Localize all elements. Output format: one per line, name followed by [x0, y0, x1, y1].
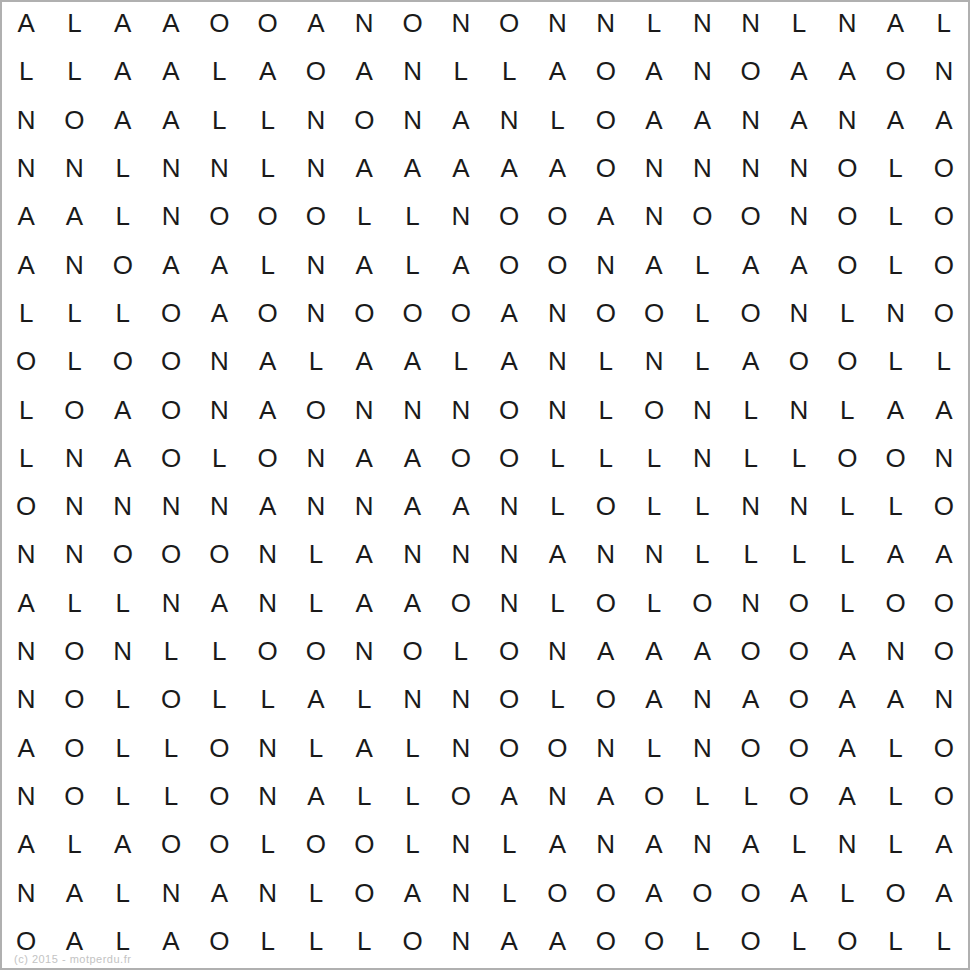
grid-cell[interactable]: A — [485, 772, 533, 820]
grid-cell[interactable]: O — [388, 917, 436, 965]
grid-cell[interactable]: A — [99, 820, 147, 868]
grid-cell[interactable]: N — [2, 530, 50, 578]
grid-cell[interactable]: O — [775, 627, 823, 675]
grid-cell[interactable]: O — [292, 192, 340, 240]
grid-cell[interactable]: O — [678, 192, 726, 240]
grid-cell[interactable]: L — [147, 772, 195, 820]
grid-cell[interactable]: O — [195, 723, 243, 771]
grid-cell[interactable]: L — [195, 675, 243, 723]
grid-cell[interactable]: N — [195, 144, 243, 192]
grid-cell[interactable]: O — [920, 579, 968, 627]
grid-cell[interactable]: O — [50, 675, 98, 723]
grid-cell[interactable]: A — [823, 47, 871, 95]
grid-cell[interactable]: L — [775, 434, 823, 482]
grid-cell[interactable]: N — [485, 482, 533, 530]
grid-cell[interactable]: N — [533, 0, 581, 47]
grid-cell[interactable]: A — [726, 675, 774, 723]
grid-cell[interactable]: N — [726, 96, 774, 144]
grid-cell[interactable]: N — [582, 723, 630, 771]
grid-cell[interactable]: L — [775, 530, 823, 578]
grid-cell[interactable]: L — [823, 385, 871, 433]
grid-cell[interactable]: N — [678, 675, 726, 723]
grid-cell[interactable]: A — [920, 385, 968, 433]
grid-cell[interactable]: O — [437, 434, 485, 482]
grid-cell[interactable]: L — [726, 772, 774, 820]
grid-cell[interactable]: A — [678, 96, 726, 144]
grid-cell[interactable]: O — [582, 482, 630, 530]
grid-cell[interactable]: A — [2, 579, 50, 627]
grid-cell[interactable]: A — [630, 627, 678, 675]
grid-cell[interactable]: N — [2, 675, 50, 723]
grid-cell[interactable]: N — [582, 820, 630, 868]
grid-cell[interactable]: A — [871, 96, 919, 144]
grid-cell[interactable]: A — [388, 337, 436, 385]
grid-cell[interactable]: A — [920, 530, 968, 578]
grid-cell[interactable]: L — [823, 482, 871, 530]
grid-cell[interactable]: N — [243, 868, 291, 916]
grid-cell[interactable]: O — [726, 289, 774, 337]
grid-cell[interactable]: L — [871, 772, 919, 820]
grid-cell[interactable]: O — [871, 868, 919, 916]
grid-cell[interactable]: L — [582, 385, 630, 433]
grid-cell[interactable]: N — [630, 192, 678, 240]
grid-cell[interactable]: N — [533, 772, 581, 820]
grid-cell[interactable]: L — [340, 192, 388, 240]
grid-cell[interactable]: L — [340, 772, 388, 820]
grid-cell[interactable]: O — [533, 868, 581, 916]
grid-cell[interactable]: N — [243, 772, 291, 820]
grid-cell[interactable]: O — [147, 530, 195, 578]
grid-cell[interactable]: O — [678, 579, 726, 627]
grid-cell[interactable]: O — [871, 47, 919, 95]
grid-cell[interactable]: A — [243, 47, 291, 95]
grid-cell[interactable]: O — [582, 579, 630, 627]
grid-cell[interactable]: A — [726, 240, 774, 288]
grid-cell[interactable]: A — [582, 627, 630, 675]
grid-cell[interactable]: O — [823, 192, 871, 240]
grid-cell[interactable]: L — [678, 337, 726, 385]
grid-cell[interactable]: O — [726, 192, 774, 240]
grid-cell[interactable]: A — [2, 723, 50, 771]
grid-cell[interactable]: A — [388, 868, 436, 916]
grid-cell[interactable]: A — [871, 675, 919, 723]
grid-cell[interactable]: L — [388, 192, 436, 240]
grid-cell[interactable]: A — [292, 675, 340, 723]
grid-cell[interactable]: L — [147, 723, 195, 771]
grid-cell[interactable]: L — [726, 385, 774, 433]
grid-cell[interactable]: L — [871, 482, 919, 530]
grid-cell[interactable]: L — [99, 289, 147, 337]
grid-cell[interactable]: A — [920, 820, 968, 868]
grid-cell[interactable]: A — [630, 96, 678, 144]
grid-cell[interactable]: N — [50, 434, 98, 482]
grid-cell[interactable]: A — [485, 289, 533, 337]
grid-cell[interactable]: N — [2, 144, 50, 192]
grid-cell[interactable]: N — [871, 627, 919, 675]
grid-cell[interactable]: L — [2, 385, 50, 433]
grid-cell[interactable]: O — [726, 47, 774, 95]
grid-cell[interactable]: L — [823, 868, 871, 916]
grid-cell[interactable]: O — [775, 723, 823, 771]
grid-cell[interactable]: A — [775, 96, 823, 144]
grid-cell[interactable]: N — [582, 0, 630, 47]
grid-cell[interactable]: O — [775, 337, 823, 385]
grid-cell[interactable]: A — [775, 47, 823, 95]
grid-cell[interactable]: A — [485, 917, 533, 965]
grid-cell[interactable]: O — [533, 192, 581, 240]
grid-cell[interactable]: L — [2, 47, 50, 95]
grid-cell[interactable]: A — [533, 144, 581, 192]
grid-cell[interactable]: A — [582, 772, 630, 820]
grid-cell[interactable]: N — [195, 337, 243, 385]
grid-cell[interactable]: A — [630, 240, 678, 288]
grid-cell[interactable]: L — [2, 434, 50, 482]
grid-cell[interactable]: O — [920, 240, 968, 288]
grid-cell[interactable]: O — [292, 47, 340, 95]
grid-cell[interactable]: A — [340, 47, 388, 95]
grid-cell[interactable]: N — [582, 530, 630, 578]
grid-cell[interactable]: N — [147, 144, 195, 192]
grid-cell[interactable]: N — [437, 917, 485, 965]
grid-cell[interactable]: O — [485, 0, 533, 47]
grid-cell[interactable]: L — [388, 820, 436, 868]
grid-cell[interactable]: A — [533, 820, 581, 868]
grid-cell[interactable]: O — [147, 434, 195, 482]
grid-cell[interactable]: A — [920, 96, 968, 144]
grid-cell[interactable]: O — [437, 579, 485, 627]
grid-cell[interactable]: O — [920, 144, 968, 192]
grid-cell[interactable]: A — [437, 240, 485, 288]
grid-cell[interactable]: O — [582, 675, 630, 723]
grid-cell[interactable]: O — [630, 385, 678, 433]
grid-cell[interactable]: N — [340, 385, 388, 433]
grid-cell[interactable]: A — [2, 240, 50, 288]
grid-cell[interactable]: O — [726, 868, 774, 916]
grid-cell[interactable]: O — [50, 772, 98, 820]
grid-cell[interactable]: O — [582, 917, 630, 965]
grid-cell[interactable]: L — [50, 820, 98, 868]
grid-cell[interactable]: N — [340, 627, 388, 675]
grid-cell[interactable]: L — [99, 723, 147, 771]
grid-cell[interactable]: A — [340, 723, 388, 771]
grid-cell[interactable]: L — [292, 868, 340, 916]
grid-cell[interactable]: L — [50, 47, 98, 95]
grid-cell[interactable]: A — [630, 47, 678, 95]
grid-cell[interactable]: O — [920, 289, 968, 337]
grid-cell[interactable]: O — [388, 289, 436, 337]
grid-cell[interactable]: L — [50, 0, 98, 47]
grid-cell[interactable]: L — [292, 917, 340, 965]
grid-cell[interactable]: O — [485, 675, 533, 723]
grid-cell[interactable]: N — [437, 0, 485, 47]
grid-cell[interactable]: A — [243, 482, 291, 530]
grid-cell[interactable]: O — [920, 627, 968, 675]
grid-cell[interactable]: L — [485, 47, 533, 95]
grid-cell[interactable]: N — [388, 385, 436, 433]
grid-cell[interactable]: L — [99, 868, 147, 916]
grid-cell[interactable]: A — [147, 47, 195, 95]
grid-cell[interactable]: L — [388, 723, 436, 771]
grid-cell[interactable]: N — [147, 482, 195, 530]
grid-cell[interactable]: O — [582, 289, 630, 337]
grid-cell[interactable]: L — [582, 337, 630, 385]
grid-cell[interactable]: L — [871, 144, 919, 192]
grid-cell[interactable]: N — [533, 337, 581, 385]
grid-cell[interactable]: N — [292, 289, 340, 337]
grid-cell[interactable]: N — [678, 385, 726, 433]
grid-cell[interactable]: O — [340, 289, 388, 337]
grid-cell[interactable]: A — [388, 144, 436, 192]
grid-cell[interactable]: O — [775, 675, 823, 723]
grid-cell[interactable]: L — [340, 917, 388, 965]
grid-cell[interactable]: L — [485, 868, 533, 916]
grid-cell[interactable]: N — [437, 675, 485, 723]
grid-cell[interactable]: A — [726, 337, 774, 385]
grid-cell[interactable]: O — [582, 144, 630, 192]
grid-cell[interactable]: A — [340, 144, 388, 192]
grid-cell[interactable]: O — [292, 627, 340, 675]
grid-cell[interactable]: N — [533, 627, 581, 675]
grid-cell[interactable]: N — [340, 0, 388, 47]
grid-cell[interactable]: A — [388, 579, 436, 627]
grid-cell[interactable]: N — [437, 868, 485, 916]
grid-cell[interactable]: O — [485, 627, 533, 675]
grid-cell[interactable]: A — [292, 772, 340, 820]
grid-cell[interactable]: L — [775, 917, 823, 965]
grid-cell[interactable]: A — [340, 434, 388, 482]
grid-cell[interactable]: O — [437, 289, 485, 337]
grid-cell[interactable]: A — [533, 47, 581, 95]
grid-cell[interactable]: L — [871, 917, 919, 965]
grid-cell[interactable]: L — [871, 192, 919, 240]
grid-cell[interactable]: L — [775, 0, 823, 47]
grid-cell[interactable]: L — [533, 96, 581, 144]
grid-cell[interactable]: N — [243, 579, 291, 627]
grid-cell[interactable]: O — [50, 96, 98, 144]
grid-cell[interactable]: O — [485, 240, 533, 288]
grid-cell[interactable]: L — [533, 675, 581, 723]
grid-cell[interactable]: A — [630, 820, 678, 868]
grid-cell[interactable]: A — [292, 0, 340, 47]
grid-cell[interactable]: O — [99, 240, 147, 288]
grid-cell[interactable]: L — [243, 240, 291, 288]
grid-cell[interactable]: A — [775, 240, 823, 288]
grid-cell[interactable]: L — [823, 579, 871, 627]
grid-cell[interactable]: A — [243, 337, 291, 385]
grid-cell[interactable]: A — [726, 820, 774, 868]
grid-cell[interactable]: N — [678, 820, 726, 868]
grid-cell[interactable]: L — [678, 240, 726, 288]
grid-cell[interactable]: O — [195, 530, 243, 578]
grid-cell[interactable]: L — [678, 482, 726, 530]
grid-cell[interactable]: A — [678, 627, 726, 675]
grid-cell[interactable]: L — [823, 289, 871, 337]
grid-cell[interactable]: O — [775, 579, 823, 627]
grid-cell[interactable]: O — [292, 385, 340, 433]
grid-cell[interactable]: N — [99, 482, 147, 530]
grid-cell[interactable]: O — [823, 144, 871, 192]
grid-cell[interactable]: N — [630, 144, 678, 192]
grid-cell[interactable]: A — [99, 96, 147, 144]
grid-cell[interactable]: L — [533, 482, 581, 530]
grid-cell[interactable]: A — [388, 434, 436, 482]
grid-cell[interactable]: N — [920, 675, 968, 723]
grid-cell[interactable]: L — [243, 144, 291, 192]
grid-cell[interactable]: A — [775, 868, 823, 916]
grid-cell[interactable]: O — [533, 240, 581, 288]
grid-cell[interactable]: O — [243, 0, 291, 47]
grid-cell[interactable]: N — [823, 0, 871, 47]
grid-cell[interactable]: A — [340, 530, 388, 578]
grid-cell[interactable]: O — [195, 917, 243, 965]
grid-cell[interactable]: A — [50, 868, 98, 916]
grid-cell[interactable]: O — [678, 868, 726, 916]
grid-cell[interactable]: L — [871, 337, 919, 385]
grid-cell[interactable]: A — [437, 482, 485, 530]
grid-cell[interactable]: N — [99, 627, 147, 675]
grid-cell[interactable]: O — [2, 482, 50, 530]
grid-cell[interactable]: O — [195, 192, 243, 240]
grid-cell[interactable]: O — [243, 627, 291, 675]
grid-cell[interactable]: N — [437, 192, 485, 240]
grid-cell[interactable]: A — [533, 530, 581, 578]
grid-cell[interactable]: L — [678, 530, 726, 578]
grid-cell[interactable]: N — [775, 289, 823, 337]
grid-cell[interactable]: N — [2, 96, 50, 144]
grid-cell[interactable]: L — [243, 675, 291, 723]
grid-cell[interactable]: N — [292, 96, 340, 144]
grid-cell[interactable]: O — [630, 917, 678, 965]
grid-cell[interactable]: N — [630, 530, 678, 578]
grid-cell[interactable]: O — [147, 289, 195, 337]
grid-cell[interactable]: O — [920, 723, 968, 771]
grid-cell[interactable]: L — [533, 579, 581, 627]
grid-cell[interactable]: O — [485, 434, 533, 482]
grid-cell[interactable]: N — [775, 482, 823, 530]
grid-cell[interactable]: O — [871, 434, 919, 482]
grid-cell[interactable]: O — [485, 723, 533, 771]
grid-cell[interactable]: L — [292, 723, 340, 771]
grid-cell[interactable]: L — [823, 530, 871, 578]
grid-cell[interactable]: O — [823, 434, 871, 482]
grid-cell[interactable]: N — [243, 723, 291, 771]
grid-cell[interactable]: L — [437, 47, 485, 95]
grid-cell[interactable]: L — [726, 530, 774, 578]
grid-cell[interactable]: N — [292, 144, 340, 192]
grid-cell[interactable]: L — [243, 96, 291, 144]
grid-cell[interactable]: A — [630, 868, 678, 916]
grid-cell[interactable]: L — [147, 627, 195, 675]
grid-cell[interactable]: A — [99, 47, 147, 95]
grid-cell[interactable]: N — [630, 337, 678, 385]
grid-cell[interactable]: L — [582, 434, 630, 482]
grid-cell[interactable]: N — [388, 47, 436, 95]
grid-cell[interactable]: O — [195, 772, 243, 820]
grid-cell[interactable]: L — [388, 772, 436, 820]
grid-cell[interactable]: L — [533, 434, 581, 482]
grid-cell[interactable]: O — [195, 0, 243, 47]
grid-cell[interactable]: A — [195, 868, 243, 916]
grid-cell[interactable]: A — [147, 240, 195, 288]
grid-cell[interactable]: N — [388, 530, 436, 578]
grid-cell[interactable]: O — [243, 289, 291, 337]
grid-cell[interactable]: O — [920, 772, 968, 820]
grid-cell[interactable]: L — [775, 820, 823, 868]
grid-cell[interactable]: O — [292, 820, 340, 868]
grid-cell[interactable]: N — [437, 723, 485, 771]
grid-cell[interactable]: O — [871, 579, 919, 627]
grid-cell[interactable]: L — [726, 434, 774, 482]
grid-cell[interactable]: L — [99, 772, 147, 820]
grid-cell[interactable]: A — [243, 385, 291, 433]
grid-cell[interactable]: L — [678, 917, 726, 965]
grid-cell[interactable]: O — [2, 337, 50, 385]
grid-cell[interactable]: N — [437, 820, 485, 868]
grid-cell[interactable]: O — [920, 482, 968, 530]
grid-cell[interactable]: N — [195, 482, 243, 530]
grid-cell[interactable]: L — [871, 820, 919, 868]
grid-cell[interactable]: A — [195, 289, 243, 337]
grid-cell[interactable]: L — [292, 579, 340, 627]
grid-cell[interactable]: A — [823, 723, 871, 771]
grid-cell[interactable]: N — [2, 627, 50, 675]
grid-cell[interactable]: N — [388, 675, 436, 723]
grid-cell[interactable]: N — [50, 482, 98, 530]
grid-cell[interactable]: L — [437, 337, 485, 385]
grid-cell[interactable]: N — [533, 385, 581, 433]
grid-cell[interactable]: N — [678, 47, 726, 95]
grid-cell[interactable]: L — [630, 723, 678, 771]
grid-cell[interactable]: L — [871, 240, 919, 288]
grid-cell[interactable]: L — [50, 289, 98, 337]
grid-cell[interactable]: O — [147, 337, 195, 385]
grid-cell[interactable]: N — [871, 289, 919, 337]
grid-cell[interactable]: A — [582, 192, 630, 240]
grid-cell[interactable]: N — [147, 579, 195, 627]
grid-cell[interactable]: A — [99, 385, 147, 433]
grid-cell[interactable]: A — [2, 820, 50, 868]
grid-cell[interactable]: N — [147, 192, 195, 240]
grid-cell[interactable]: A — [388, 482, 436, 530]
grid-cell[interactable]: O — [340, 96, 388, 144]
grid-cell[interactable]: L — [50, 337, 98, 385]
grid-cell[interactable]: A — [99, 434, 147, 482]
grid-cell[interactable]: A — [147, 917, 195, 965]
grid-cell[interactable]: A — [871, 530, 919, 578]
grid-cell[interactable]: O — [823, 337, 871, 385]
grid-cell[interactable]: O — [50, 723, 98, 771]
grid-cell[interactable]: N — [726, 144, 774, 192]
grid-cell[interactable]: A — [485, 337, 533, 385]
grid-cell[interactable]: A — [2, 192, 50, 240]
grid-cell[interactable]: L — [292, 530, 340, 578]
grid-cell[interactable]: A — [920, 868, 968, 916]
grid-cell[interactable]: L — [2, 289, 50, 337]
grid-cell[interactable]: O — [147, 820, 195, 868]
grid-cell[interactable]: A — [871, 385, 919, 433]
grid-cell[interactable]: O — [582, 47, 630, 95]
grid-cell[interactable]: N — [678, 0, 726, 47]
grid-cell[interactable]: N — [678, 723, 726, 771]
grid-cell[interactable]: O — [147, 385, 195, 433]
grid-cell[interactable]: L — [920, 0, 968, 47]
grid-cell[interactable]: N — [2, 772, 50, 820]
grid-cell[interactable]: N — [920, 47, 968, 95]
grid-cell[interactable]: O — [388, 0, 436, 47]
grid-cell[interactable]: A — [823, 675, 871, 723]
grid-cell[interactable]: N — [726, 579, 774, 627]
grid-cell[interactable]: A — [485, 144, 533, 192]
